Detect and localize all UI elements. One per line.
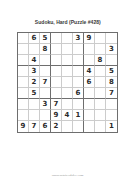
page-title-text: Sudoku, Hard (Puzzle #428) <box>35 19 101 25</box>
cell-r6c8 <box>95 88 106 99</box>
cell-r3c8: 8 <box>95 55 106 66</box>
cell-r8c1 <box>18 110 29 121</box>
cell-r2c8 <box>95 44 106 55</box>
cell-r6c9: 7 <box>106 88 117 99</box>
cell-r5c3: 7 <box>40 77 51 88</box>
cell-r9c6 <box>73 121 84 132</box>
cell-r1c4 <box>51 33 62 44</box>
cell-r5c8 <box>95 77 106 88</box>
cell-r9c2: 7 <box>29 121 40 132</box>
cell-r2c6 <box>73 44 84 55</box>
cell-r9c1: 9 <box>18 121 29 132</box>
sudoku-board: 6539834834527685673794197621 <box>17 32 118 133</box>
cell-r5c7: 6 <box>84 77 95 88</box>
cell-r8c7 <box>84 110 95 121</box>
cell-r2c9: 3 <box>106 44 117 55</box>
cell-r1c1 <box>18 33 29 44</box>
cell-r3c9 <box>106 55 117 66</box>
cell-r9c9: 1 <box>106 121 117 132</box>
cell-r4c5 <box>62 66 73 77</box>
cell-r2c7 <box>84 44 95 55</box>
cell-r7c2 <box>29 99 40 110</box>
cell-r1c9 <box>106 33 117 44</box>
cell-r1c6: 3 <box>73 33 84 44</box>
cell-r7c1 <box>18 99 29 110</box>
cell-r5c1 <box>18 77 29 88</box>
cell-r6c1 <box>18 88 29 99</box>
cell-r8c4: 9 <box>51 110 62 121</box>
cell-r2c4 <box>51 44 62 55</box>
cell-r5c5 <box>62 77 73 88</box>
cell-r4c3 <box>40 66 51 77</box>
cell-r9c7 <box>84 121 95 132</box>
cell-r8c2 <box>29 110 40 121</box>
cell-r9c8 <box>95 121 106 132</box>
cell-r3c1 <box>18 55 29 66</box>
cell-r4c4 <box>51 66 62 77</box>
footer-url: www.printsudoku.com <box>0 164 136 172</box>
cell-r6c6: 6 <box>73 88 84 99</box>
cell-r5c9: 8 <box>106 77 117 88</box>
cell-r4c6 <box>73 66 84 77</box>
cell-r8c9 <box>106 110 117 121</box>
cell-r8c5: 4 <box>62 110 73 121</box>
cell-r2c2 <box>29 44 40 55</box>
cell-r3c6 <box>73 55 84 66</box>
cell-r2c3: 8 <box>40 44 51 55</box>
cell-r2c5 <box>62 44 73 55</box>
cell-r7c8 <box>95 99 106 110</box>
cell-r4c1 <box>18 66 29 77</box>
cell-r6c4 <box>51 88 62 99</box>
cell-r5c4 <box>51 77 62 88</box>
cell-r8c8 <box>95 110 106 121</box>
cell-r3c7 <box>84 55 95 66</box>
cell-r9c5 <box>62 121 73 132</box>
footer-url-text: www.printsudoku.com <box>52 174 84 176</box>
cell-r5c6 <box>73 77 84 88</box>
cell-r9c4: 2 <box>51 121 62 132</box>
cell-r7c7 <box>84 99 95 110</box>
cell-r3c3 <box>40 55 51 66</box>
cell-r7c6 <box>73 99 84 110</box>
cell-r6c3 <box>40 88 51 99</box>
cell-r4c8 <box>95 66 106 77</box>
cell-r6c5 <box>62 88 73 99</box>
cell-r5c2: 2 <box>29 77 40 88</box>
cell-r7c4: 7 <box>51 99 62 110</box>
cell-r4c9: 5 <box>106 66 117 77</box>
cell-r8c3 <box>40 110 51 121</box>
cell-r3c4 <box>51 55 62 66</box>
cell-r7c3: 3 <box>40 99 51 110</box>
page-title: Sudoku, Hard (Puzzle #428) <box>0 10 136 20</box>
cell-r7c5 <box>62 99 73 110</box>
cell-r6c7 <box>84 88 95 99</box>
cell-r4c2: 3 <box>29 66 40 77</box>
cell-r1c2: 6 <box>29 33 40 44</box>
cell-r4c7: 4 <box>84 66 95 77</box>
cell-r3c5 <box>62 55 73 66</box>
cell-r1c3: 5 <box>40 33 51 44</box>
cell-r3c2: 4 <box>29 55 40 66</box>
cell-r1c7: 9 <box>84 33 95 44</box>
cell-r7c9 <box>106 99 117 110</box>
cell-r9c3: 6 <box>40 121 51 132</box>
sudoku-sheet: Sudoku, Hard (Puzzle #428) 6539834834527… <box>0 0 136 176</box>
cell-r2c1 <box>18 44 29 55</box>
cell-r1c5 <box>62 33 73 44</box>
cell-r1c8 <box>95 33 106 44</box>
cell-r8c6: 1 <box>73 110 84 121</box>
cell-r6c2: 5 <box>29 88 40 99</box>
